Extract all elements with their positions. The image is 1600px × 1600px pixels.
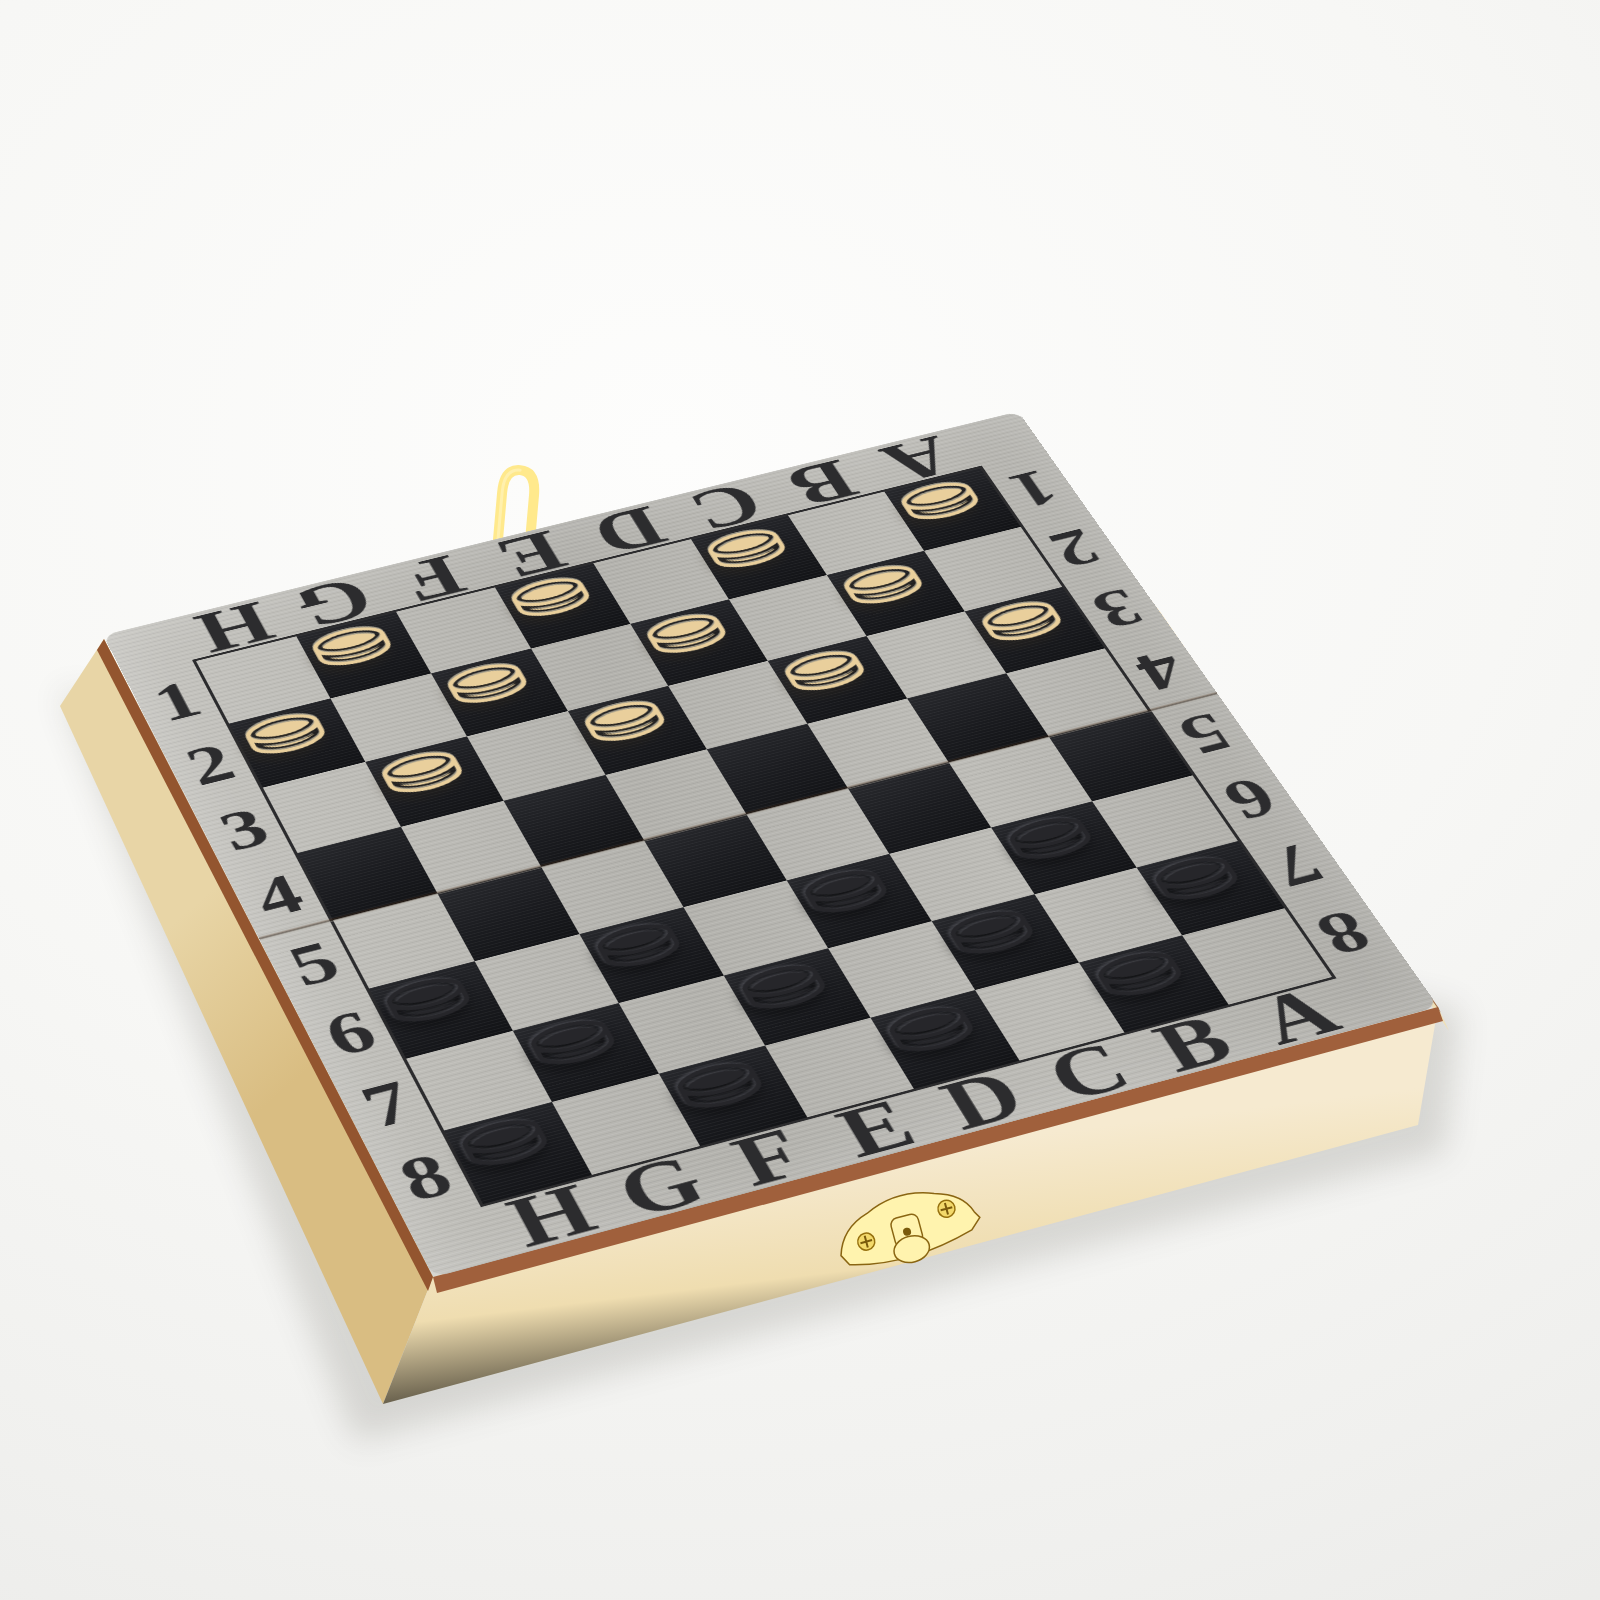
white-man-C3[interactable]: ⛂ (753, 624, 892, 711)
white-man-B2[interactable]: ⛂ (812, 539, 949, 624)
photo-scene: HHGGFFEEDDCCBBAA1122334455667788 ⛂⛂⛂⛂⛂⛂⛂… (0, 0, 1600, 1600)
white-man-G1[interactable]: ⛂ (283, 600, 417, 686)
white-man-E1[interactable]: ⛂ (481, 551, 616, 636)
white-man-G3[interactable]: ⛂ (351, 724, 489, 814)
black-man-B8[interactable]: ⛂ (1063, 922, 1212, 1019)
white-man-E3[interactable]: ⛂ (554, 674, 692, 763)
black-man-B6[interactable]: ⛂ (976, 789, 1121, 882)
black-man-H8[interactable]: ⛂ (429, 1088, 576, 1190)
white-man-H2[interactable]: ⛂ (216, 686, 352, 775)
black-man-F8[interactable]: ⛂ (644, 1032, 792, 1132)
black-man-C7[interactable]: ⛂ (916, 881, 1063, 976)
black-man-H6[interactable]: ⛂ (355, 948, 498, 1045)
white-man-D2[interactable]: ⛂ (616, 587, 753, 673)
black-man-F6[interactable]: ⛂ (565, 894, 709, 989)
white-man-F2[interactable]: ⛂ (417, 636, 553, 723)
white-man-C1[interactable]: ⛂ (677, 504, 812, 588)
black-man-A7[interactable]: ⛂ (1121, 828, 1268, 922)
black-man-D6[interactable]: ⛂ (772, 841, 916, 935)
white-man-A1[interactable]: ⛂ (870, 457, 1006, 539)
black-man-D8[interactable]: ⛂ (855, 976, 1004, 1074)
white-man-A3[interactable]: ⛂ (950, 575, 1090, 661)
black-man-E7[interactable]: ⛂ (709, 935, 855, 1032)
black-man-G7[interactable]: ⛂ (498, 989, 644, 1087)
